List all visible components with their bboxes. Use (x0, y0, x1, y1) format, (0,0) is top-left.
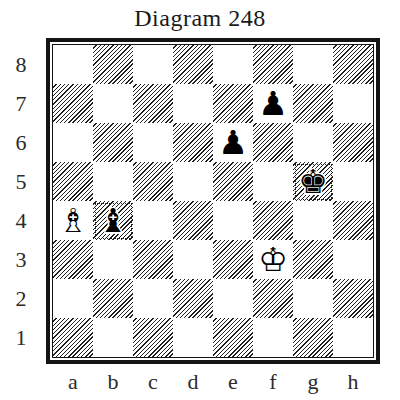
file-label-g: g (293, 367, 333, 397)
square-f2[interactable] (253, 279, 293, 318)
rank-label-1: 1 (6, 318, 36, 357)
square-c4[interactable] (133, 201, 173, 240)
rank-label-7: 7 (6, 84, 36, 123)
square-e5[interactable] (213, 162, 253, 201)
square-b1[interactable] (93, 318, 133, 357)
square-f3[interactable]: ♔ (253, 240, 293, 279)
chess-diagram-page: Diagram 248 87654321 ♟♟♚♗♝♔ abcdefgh (0, 0, 400, 400)
square-e1[interactable] (213, 318, 253, 357)
square-b7[interactable] (93, 84, 133, 123)
square-h4[interactable] (333, 201, 373, 240)
square-h3[interactable] (333, 240, 373, 279)
rank-label-6: 6 (6, 123, 36, 162)
diagram-title: Diagram 248 (0, 5, 400, 32)
square-g7[interactable] (293, 84, 333, 123)
square-d4[interactable] (173, 201, 213, 240)
square-e8[interactable] (213, 45, 253, 84)
square-a4[interactable]: ♗ (53, 201, 93, 240)
square-a5[interactable] (53, 162, 93, 201)
white-bishop[interactable]: ♗ (58, 201, 88, 240)
square-g5[interactable]: ♚ (293, 162, 333, 201)
black-king[interactable]: ♚ (298, 162, 328, 201)
square-c8[interactable] (133, 45, 173, 84)
square-f1[interactable] (253, 318, 293, 357)
square-e7[interactable] (213, 84, 253, 123)
rank-label-3: 3 (6, 240, 36, 279)
square-c6[interactable] (133, 123, 173, 162)
square-g8[interactable] (293, 45, 333, 84)
square-d2[interactable] (173, 279, 213, 318)
square-g6[interactable] (293, 123, 333, 162)
square-g2[interactable] (293, 279, 333, 318)
square-c5[interactable] (133, 162, 173, 201)
file-labels: abcdefgh (53, 367, 373, 397)
board-inner-border: ♟♟♚♗♝♔ (52, 44, 374, 358)
white-king[interactable]: ♔ (258, 240, 288, 279)
square-h5[interactable] (333, 162, 373, 201)
square-e6[interactable]: ♟ (213, 123, 253, 162)
file-label-h: h (333, 367, 373, 397)
square-a6[interactable] (53, 123, 93, 162)
black-bishop[interactable]: ♝ (98, 201, 128, 240)
square-a7[interactable] (53, 84, 93, 123)
square-b8[interactable] (93, 45, 133, 84)
file-label-f: f (253, 367, 293, 397)
square-f5[interactable] (253, 162, 293, 201)
file-label-a: a (53, 367, 93, 397)
square-f8[interactable] (253, 45, 293, 84)
black-pawn[interactable]: ♟ (258, 84, 288, 123)
square-c1[interactable] (133, 318, 173, 357)
rank-label-4: 4 (6, 201, 36, 240)
file-label-d: d (173, 367, 213, 397)
square-g3[interactable] (293, 240, 333, 279)
square-b6[interactable] (93, 123, 133, 162)
square-h2[interactable] (333, 279, 373, 318)
square-g4[interactable] (293, 201, 333, 240)
square-b3[interactable] (93, 240, 133, 279)
square-e3[interactable] (213, 240, 253, 279)
square-f4[interactable] (253, 201, 293, 240)
square-h1[interactable] (333, 318, 373, 357)
black-pawn[interactable]: ♟ (218, 123, 248, 162)
square-g1[interactable] (293, 318, 333, 357)
square-c7[interactable] (133, 84, 173, 123)
square-e4[interactable] (213, 201, 253, 240)
rank-label-2: 2 (6, 279, 36, 318)
square-a1[interactable] (53, 318, 93, 357)
board-frame: ♟♟♚♗♝♔ (46, 38, 380, 364)
square-c2[interactable] (133, 279, 173, 318)
square-d5[interactable] (173, 162, 213, 201)
square-b2[interactable] (93, 279, 133, 318)
square-b5[interactable] (93, 162, 133, 201)
square-d1[interactable] (173, 318, 213, 357)
rank-label-5: 5 (6, 162, 36, 201)
file-label-b: b (93, 367, 133, 397)
square-f7[interactable]: ♟ (253, 84, 293, 123)
square-f6[interactable] (253, 123, 293, 162)
square-h6[interactable] (333, 123, 373, 162)
square-a2[interactable] (53, 279, 93, 318)
square-a3[interactable] (53, 240, 93, 279)
square-c3[interactable] (133, 240, 173, 279)
square-d8[interactable] (173, 45, 213, 84)
chess-board: ♟♟♚♗♝♔ (53, 45, 373, 357)
rank-label-8: 8 (6, 45, 36, 84)
rank-labels: 87654321 (6, 45, 36, 357)
square-d6[interactable] (173, 123, 213, 162)
square-e2[interactable] (213, 279, 253, 318)
square-b4[interactable]: ♝ (93, 201, 133, 240)
file-label-c: c (133, 367, 173, 397)
square-d3[interactable] (173, 240, 213, 279)
square-h7[interactable] (333, 84, 373, 123)
square-h8[interactable] (333, 45, 373, 84)
square-a8[interactable] (53, 45, 93, 84)
file-label-e: e (213, 367, 253, 397)
square-d7[interactable] (173, 84, 213, 123)
